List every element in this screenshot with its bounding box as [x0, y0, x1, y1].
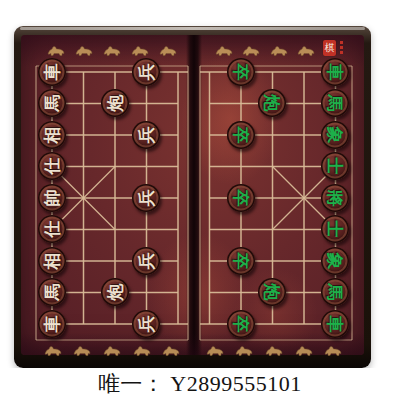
- piece-red-仕: 仕: [38, 152, 66, 180]
- piece-black-象: 象: [321, 247, 349, 275]
- piece-red-馬: 馬: [38, 278, 66, 306]
- piece-red-仕: 仕: [38, 215, 66, 243]
- animal-motif-icon: [131, 343, 153, 356]
- animal-motif-icon: [45, 43, 67, 56]
- animal-motif-icon: [42, 343, 64, 356]
- animal-motif-icon: [101, 43, 123, 56]
- piece-black-卒: 卒: [227, 247, 255, 275]
- animal-motif-icon: [71, 343, 93, 356]
- piece-red-兵: 兵: [132, 58, 160, 86]
- xiangqi-board: 棋 車馬相仕帥仕相馬車炮炮兵兵兵兵兵卒卒卒卒卒炮炮車馬象士將士象馬車: [14, 26, 371, 368]
- maker-seal: 棋: [323, 40, 336, 56]
- animal-motif-icon: [101, 343, 123, 356]
- animal-motif-icon: [160, 343, 182, 356]
- piece-black-馬: 馬: [321, 278, 349, 306]
- piece-red-兵: 兵: [132, 310, 160, 338]
- animal-motif-icon: [204, 343, 226, 356]
- animal-motif-icon: [213, 43, 235, 56]
- piece-grid: 車馬相仕帥仕相馬車炮炮兵兵兵兵兵卒卒卒卒卒炮炮車馬象士將士象馬車: [36, 56, 351, 340]
- piece-black-車: 車: [321, 58, 349, 86]
- piece-black-將: 將: [321, 184, 349, 212]
- piece-red-帥: 帥: [38, 184, 66, 212]
- piece-black-士: 士: [321, 152, 349, 180]
- board-top-bevel: [20, 27, 365, 30]
- animal-motif-icon: [129, 43, 151, 56]
- piece-red-炮: 炮: [101, 89, 129, 117]
- piece-black-車: 車: [321, 310, 349, 338]
- piece-black-士: 士: [321, 215, 349, 243]
- piece-red-相: 相: [38, 247, 66, 275]
- piece-black-卒: 卒: [227, 184, 255, 212]
- animal-motif-icon: [295, 43, 317, 56]
- piece-black-卒: 卒: [227, 310, 255, 338]
- piece-black-象: 象: [321, 121, 349, 149]
- piece-red-馬: 馬: [38, 89, 66, 117]
- piece-red-車: 車: [38, 310, 66, 338]
- piece-black-馬: 馬: [321, 89, 349, 117]
- animal-motif-icon: [322, 343, 344, 356]
- animal-motif-icon: [268, 43, 290, 56]
- piece-black-卒: 卒: [227, 121, 255, 149]
- piece-red-兵: 兵: [132, 121, 160, 149]
- piece-black-炮: 炮: [258, 278, 286, 306]
- animal-motif-icon: [263, 343, 285, 356]
- animal-motif-icon: [73, 43, 95, 56]
- product-photo: 棋 車馬相仕帥仕相馬車炮炮兵兵兵兵兵卒卒卒卒卒炮炮車馬象士將士象馬車 唯一： Y…: [0, 0, 400, 399]
- piece-red-兵: 兵: [132, 247, 160, 275]
- animal-motif-icon: [157, 43, 179, 56]
- seal-side-marks: [340, 41, 343, 44]
- animal-motif-icon: [240, 43, 262, 56]
- animal-motif-icon: [233, 343, 255, 356]
- caption-prefix: 唯一：: [98, 369, 164, 399]
- piece-red-兵: 兵: [132, 184, 160, 212]
- piece-red-相: 相: [38, 121, 66, 149]
- piece-red-車: 車: [38, 58, 66, 86]
- seal-character: 棋: [325, 42, 335, 53]
- piece-red-炮: 炮: [101, 278, 129, 306]
- piece-black-炮: 炮: [258, 89, 286, 117]
- caption: 唯一： Y2899555101: [0, 368, 400, 399]
- caption-code: Y2899555101: [170, 371, 301, 397]
- piece-black-卒: 卒: [227, 58, 255, 86]
- animal-motif-icon: [293, 343, 315, 356]
